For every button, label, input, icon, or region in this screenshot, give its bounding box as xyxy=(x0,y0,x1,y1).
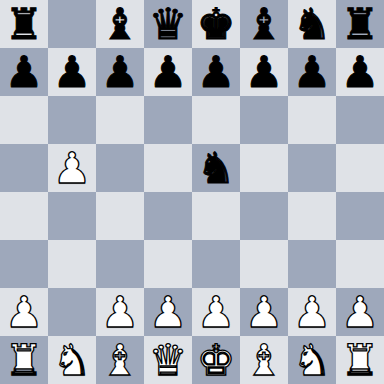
white-pawn[interactable]: ♟ xyxy=(341,288,380,336)
square-h1[interactable]: ♜ xyxy=(336,336,384,384)
square-b7[interactable]: ♟ xyxy=(48,48,96,96)
square-b8[interactable] xyxy=(48,0,96,48)
square-d4[interactable] xyxy=(144,192,192,240)
square-f2[interactable]: ♟ xyxy=(240,288,288,336)
square-d1[interactable]: ♛ xyxy=(144,336,192,384)
square-e7[interactable]: ♟ xyxy=(192,48,240,96)
square-c7[interactable]: ♟ xyxy=(96,48,144,96)
black-pawn[interactable]: ♟ xyxy=(197,48,236,96)
square-e4[interactable] xyxy=(192,192,240,240)
white-pawn[interactable]: ♟ xyxy=(245,288,284,336)
square-f8[interactable]: ♝ xyxy=(240,0,288,48)
square-g6[interactable] xyxy=(288,96,336,144)
black-knight[interactable]: ♞ xyxy=(197,144,236,192)
white-queen[interactable]: ♛ xyxy=(149,336,188,384)
black-pawn[interactable]: ♟ xyxy=(5,48,44,96)
square-c2[interactable]: ♟ xyxy=(96,288,144,336)
square-e5[interactable]: ♞ xyxy=(192,144,240,192)
square-c5[interactable] xyxy=(96,144,144,192)
square-b3[interactable] xyxy=(48,240,96,288)
white-pawn[interactable]: ♟ xyxy=(101,288,140,336)
square-c8[interactable]: ♝ xyxy=(96,0,144,48)
chess-board: ♜♝♛♚♝♞♜♟♟♟♟♟♟♟♟♟♞♟♟♟♟♟♟♟♜♞♝♛♚♝♞♜ xyxy=(0,0,384,384)
white-pawn[interactable]: ♟ xyxy=(149,288,188,336)
white-pawn[interactable]: ♟ xyxy=(197,288,236,336)
square-c3[interactable] xyxy=(96,240,144,288)
square-f4[interactable] xyxy=(240,192,288,240)
square-c6[interactable] xyxy=(96,96,144,144)
square-a1[interactable]: ♜ xyxy=(0,336,48,384)
square-d7[interactable]: ♟ xyxy=(144,48,192,96)
black-pawn[interactable]: ♟ xyxy=(341,48,380,96)
square-g2[interactable]: ♟ xyxy=(288,288,336,336)
white-knight[interactable]: ♞ xyxy=(53,336,92,384)
white-bishop[interactable]: ♝ xyxy=(101,336,140,384)
white-pawn[interactable]: ♟ xyxy=(5,288,44,336)
square-d2[interactable]: ♟ xyxy=(144,288,192,336)
square-a8[interactable]: ♜ xyxy=(0,0,48,48)
white-king[interactable]: ♚ xyxy=(197,336,236,384)
square-b2[interactable] xyxy=(48,288,96,336)
square-g1[interactable]: ♞ xyxy=(288,336,336,384)
square-c1[interactable]: ♝ xyxy=(96,336,144,384)
square-d5[interactable] xyxy=(144,144,192,192)
white-rook[interactable]: ♜ xyxy=(5,336,44,384)
square-h7[interactable]: ♟ xyxy=(336,48,384,96)
square-f1[interactable]: ♝ xyxy=(240,336,288,384)
square-b5[interactable]: ♟ xyxy=(48,144,96,192)
square-d8[interactable]: ♛ xyxy=(144,0,192,48)
square-g5[interactable] xyxy=(288,144,336,192)
square-g3[interactable] xyxy=(288,240,336,288)
white-bishop[interactable]: ♝ xyxy=(245,336,284,384)
black-bishop[interactable]: ♝ xyxy=(245,0,284,48)
square-e3[interactable] xyxy=(192,240,240,288)
square-a4[interactable] xyxy=(0,192,48,240)
square-h4[interactable] xyxy=(336,192,384,240)
white-pawn[interactable]: ♟ xyxy=(53,144,92,192)
black-pawn[interactable]: ♟ xyxy=(245,48,284,96)
square-f5[interactable] xyxy=(240,144,288,192)
square-a5[interactable] xyxy=(0,144,48,192)
square-d6[interactable] xyxy=(144,96,192,144)
black-queen[interactable]: ♛ xyxy=(149,0,188,48)
square-f6[interactable] xyxy=(240,96,288,144)
square-e8[interactable]: ♚ xyxy=(192,0,240,48)
white-pawn[interactable]: ♟ xyxy=(293,288,332,336)
square-h5[interactable] xyxy=(336,144,384,192)
black-pawn[interactable]: ♟ xyxy=(101,48,140,96)
black-pawn[interactable]: ♟ xyxy=(53,48,92,96)
square-h3[interactable] xyxy=(336,240,384,288)
square-a2[interactable]: ♟ xyxy=(0,288,48,336)
square-e2[interactable]: ♟ xyxy=(192,288,240,336)
white-knight[interactable]: ♞ xyxy=(293,336,332,384)
square-h8[interactable]: ♜ xyxy=(336,0,384,48)
square-g7[interactable]: ♟ xyxy=(288,48,336,96)
square-g8[interactable]: ♞ xyxy=(288,0,336,48)
square-h6[interactable] xyxy=(336,96,384,144)
square-f3[interactable] xyxy=(240,240,288,288)
square-d3[interactable] xyxy=(144,240,192,288)
square-e6[interactable] xyxy=(192,96,240,144)
black-pawn[interactable]: ♟ xyxy=(293,48,332,96)
square-b4[interactable] xyxy=(48,192,96,240)
square-g4[interactable] xyxy=(288,192,336,240)
square-f7[interactable]: ♟ xyxy=(240,48,288,96)
square-h2[interactable]: ♟ xyxy=(336,288,384,336)
square-a3[interactable] xyxy=(0,240,48,288)
white-rook[interactable]: ♜ xyxy=(341,336,380,384)
square-c4[interactable] xyxy=(96,192,144,240)
square-a7[interactable]: ♟ xyxy=(0,48,48,96)
black-bishop[interactable]: ♝ xyxy=(101,0,140,48)
square-b6[interactable] xyxy=(48,96,96,144)
square-a6[interactable] xyxy=(0,96,48,144)
square-e1[interactable]: ♚ xyxy=(192,336,240,384)
square-b1[interactable]: ♞ xyxy=(48,336,96,384)
black-king[interactable]: ♚ xyxy=(197,0,236,48)
black-rook[interactable]: ♜ xyxy=(341,0,380,48)
black-pawn[interactable]: ♟ xyxy=(149,48,188,96)
black-rook[interactable]: ♜ xyxy=(5,0,44,48)
black-knight[interactable]: ♞ xyxy=(293,0,332,48)
